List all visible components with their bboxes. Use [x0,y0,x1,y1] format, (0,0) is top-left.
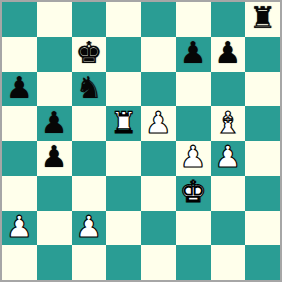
square-g1[interactable] [211,245,246,280]
square-e1[interactable] [141,245,176,280]
square-b6[interactable] [37,72,72,107]
piece-black-knight[interactable]: ♞ [75,73,102,103]
square-d8[interactable] [106,2,141,37]
square-b5[interactable]: ♟ [37,106,72,141]
square-f1[interactable] [176,245,211,280]
piece-white-pawn[interactable]: ♟ [145,108,172,138]
square-a5[interactable] [2,106,37,141]
piece-black-pawn[interactable]: ♟ [6,73,33,103]
square-b4[interactable]: ♟ [37,141,72,176]
square-a2[interactable]: ♟ [2,211,37,246]
square-b8[interactable] [37,2,72,37]
square-c5[interactable] [72,106,107,141]
piece-black-rook[interactable]: ♜ [249,3,276,33]
square-f3[interactable]: ♚ [176,176,211,211]
square-c7[interactable]: ♚ [72,37,107,72]
chess-board: ♜♚♟♟♟♞♟♜♟♝♟♟♟♚♟♟ [0,0,282,282]
square-a7[interactable] [2,37,37,72]
square-h3[interactable] [245,176,280,211]
square-c8[interactable] [72,2,107,37]
square-d6[interactable] [106,72,141,107]
square-d1[interactable] [106,245,141,280]
square-c6[interactable]: ♞ [72,72,107,107]
square-g7[interactable]: ♟ [211,37,246,72]
piece-black-pawn[interactable]: ♟ [41,142,68,172]
square-f7[interactable]: ♟ [176,37,211,72]
square-g2[interactable] [211,211,246,246]
square-h8[interactable]: ♜ [245,2,280,37]
square-d5[interactable]: ♜ [106,106,141,141]
square-e3[interactable] [141,176,176,211]
square-d7[interactable] [106,37,141,72]
square-a8[interactable] [2,2,37,37]
square-h2[interactable] [245,211,280,246]
square-h4[interactable] [245,141,280,176]
square-e6[interactable] [141,72,176,107]
square-d2[interactable] [106,211,141,246]
square-g6[interactable] [211,72,246,107]
square-f6[interactable] [176,72,211,107]
square-c1[interactable] [72,245,107,280]
piece-white-pawn[interactable]: ♟ [180,142,207,172]
piece-white-bishop[interactable]: ♝ [214,108,241,138]
square-g5[interactable]: ♝ [211,106,246,141]
piece-black-king[interactable]: ♚ [75,38,102,68]
square-b2[interactable] [37,211,72,246]
square-e4[interactable] [141,141,176,176]
square-g8[interactable] [211,2,246,37]
piece-black-pawn[interactable]: ♟ [180,38,207,68]
piece-black-pawn[interactable]: ♟ [214,38,241,68]
square-d3[interactable] [106,176,141,211]
square-h1[interactable] [245,245,280,280]
square-a3[interactable] [2,176,37,211]
square-b1[interactable] [37,245,72,280]
square-a4[interactable] [2,141,37,176]
piece-white-pawn[interactable]: ♟ [6,212,33,242]
square-d4[interactable] [106,141,141,176]
square-f8[interactable] [176,2,211,37]
square-a1[interactable] [2,245,37,280]
square-c2[interactable]: ♟ [72,211,107,246]
square-a6[interactable]: ♟ [2,72,37,107]
square-f5[interactable] [176,106,211,141]
square-h7[interactable] [245,37,280,72]
square-h5[interactable] [245,106,280,141]
square-e7[interactable] [141,37,176,72]
square-h6[interactable] [245,72,280,107]
square-f2[interactable] [176,211,211,246]
piece-white-pawn[interactable]: ♟ [75,212,102,242]
square-e5[interactable]: ♟ [141,106,176,141]
square-c4[interactable] [72,141,107,176]
piece-white-pawn[interactable]: ♟ [214,142,241,172]
square-g4[interactable]: ♟ [211,141,246,176]
piece-white-king[interactable]: ♚ [180,177,207,207]
square-e8[interactable] [141,2,176,37]
square-b7[interactable] [37,37,72,72]
square-g3[interactable] [211,176,246,211]
square-b3[interactable] [37,176,72,211]
piece-white-rook[interactable]: ♜ [110,108,137,138]
square-e2[interactable] [141,211,176,246]
square-c3[interactable] [72,176,107,211]
square-f4[interactable]: ♟ [176,141,211,176]
piece-black-pawn[interactable]: ♟ [41,108,68,138]
